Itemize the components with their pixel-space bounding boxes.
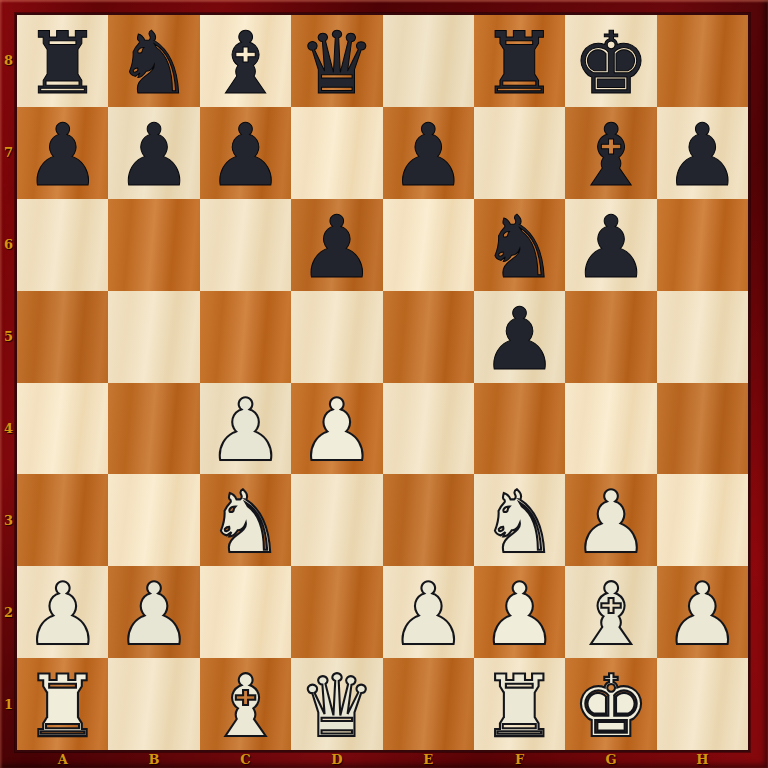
square-a2[interactable]: ♟	[17, 566, 108, 658]
rank-label-cell: 6	[0, 199, 17, 291]
rank-label-cell: 7	[0, 107, 17, 199]
square-d3[interactable]	[291, 474, 382, 566]
file-labels: ABCDEFGH	[17, 750, 748, 768]
square-b6[interactable]	[108, 199, 199, 291]
square-h3[interactable]	[657, 474, 748, 566]
square-e3[interactable]	[383, 474, 474, 566]
rank-label-6: 6	[4, 237, 13, 252]
square-g6[interactable]: ♟	[565, 199, 656, 291]
square-e7[interactable]: ♟	[383, 107, 474, 199]
white-pawn[interactable]: ♟	[664, 568, 741, 658]
square-a4[interactable]	[17, 383, 108, 475]
square-h2[interactable]: ♟	[657, 566, 748, 658]
square-g2[interactable]: ♝	[565, 566, 656, 658]
square-f4[interactable]	[474, 383, 565, 475]
square-b8[interactable]: ♞	[108, 15, 199, 107]
black-pawn[interactable]: ♟	[664, 109, 741, 199]
square-d4[interactable]: ♟	[291, 383, 382, 475]
rank-label-7: 7	[4, 145, 13, 160]
square-c4[interactable]: ♟	[200, 383, 291, 475]
square-c1[interactable]: ♝	[200, 658, 291, 750]
white-rook[interactable]: ♜	[481, 660, 558, 750]
square-e2[interactable]: ♟	[383, 566, 474, 658]
white-bishop[interactable]: ♝	[572, 568, 649, 658]
rank-labels: 87654321	[0, 15, 17, 750]
white-bishop[interactable]: ♝	[207, 660, 284, 750]
square-c5[interactable]	[200, 291, 291, 383]
square-f8[interactable]: ♜	[474, 15, 565, 107]
square-f7[interactable]	[474, 107, 565, 199]
black-knight[interactable]: ♞	[481, 201, 558, 291]
file-label-a: A	[17, 750, 108, 768]
rank-label-3: 3	[4, 513, 13, 528]
square-g5[interactable]	[565, 291, 656, 383]
black-pawn[interactable]: ♟	[298, 201, 375, 291]
square-e4[interactable]	[383, 383, 474, 475]
rank-label-cell: 2	[0, 566, 17, 658]
square-c6[interactable]	[200, 199, 291, 291]
square-a6[interactable]	[17, 199, 108, 291]
square-f2[interactable]: ♟	[474, 566, 565, 658]
square-c3[interactable]: ♞	[200, 474, 291, 566]
file-label-e: E	[383, 750, 474, 768]
black-pawn[interactable]: ♟	[207, 109, 284, 199]
square-c7[interactable]: ♟	[200, 107, 291, 199]
black-knight[interactable]: ♞	[116, 17, 193, 107]
square-d6[interactable]: ♟	[291, 199, 382, 291]
square-c2[interactable]	[200, 566, 291, 658]
chess-board: ♜♞♝♛♜♚♟♟♟♟♝♟♟♞♟♟♟♟♞♞♟♟♟♟♟♝♟♜♝♛♜♚	[17, 15, 748, 750]
square-d1[interactable]: ♛	[291, 658, 382, 750]
square-b4[interactable]	[108, 383, 199, 475]
square-e5[interactable]	[383, 291, 474, 383]
square-b5[interactable]	[108, 291, 199, 383]
square-a1[interactable]: ♜	[17, 658, 108, 750]
black-pawn[interactable]: ♟	[390, 109, 467, 199]
file-label-g: G	[565, 750, 656, 768]
white-queen[interactable]: ♛	[298, 660, 375, 750]
rank-label-2: 2	[4, 605, 13, 620]
file-label-c: C	[200, 750, 291, 768]
square-g7[interactable]: ♝	[565, 107, 656, 199]
square-f6[interactable]: ♞	[474, 199, 565, 291]
rank-label-cell: 4	[0, 383, 17, 475]
square-a5[interactable]	[17, 291, 108, 383]
file-label-f: F	[474, 750, 565, 768]
square-e1[interactable]	[383, 658, 474, 750]
square-a3[interactable]	[17, 474, 108, 566]
square-d2[interactable]	[291, 566, 382, 658]
rank-label-1: 1	[4, 697, 13, 712]
square-g1[interactable]: ♚	[565, 658, 656, 750]
square-g3[interactable]: ♟	[565, 474, 656, 566]
white-pawn[interactable]: ♟	[207, 384, 284, 474]
square-h1[interactable]	[657, 658, 748, 750]
square-d7[interactable]	[291, 107, 382, 199]
white-pawn[interactable]: ♟	[298, 384, 375, 474]
square-e8[interactable]	[383, 15, 474, 107]
square-b1[interactable]	[108, 658, 199, 750]
white-pawn[interactable]: ♟	[116, 568, 193, 658]
rank-label-cell: 8	[0, 15, 17, 107]
rank-label-cell: 1	[0, 658, 17, 750]
file-label-h: H	[657, 750, 748, 768]
white-knight[interactable]: ♞	[207, 476, 284, 566]
white-king[interactable]: ♚	[572, 660, 649, 750]
white-pawn[interactable]: ♟	[24, 568, 101, 658]
square-b2[interactable]: ♟	[108, 566, 199, 658]
rank-label-4: 4	[4, 421, 13, 436]
rank-label-5: 5	[4, 329, 13, 344]
square-g4[interactable]	[565, 383, 656, 475]
square-f1[interactable]: ♜	[474, 658, 565, 750]
black-pawn[interactable]: ♟	[116, 109, 193, 199]
square-h5[interactable]	[657, 291, 748, 383]
square-f3[interactable]: ♞	[474, 474, 565, 566]
square-a8[interactable]: ♜	[17, 15, 108, 107]
file-label-b: B	[108, 750, 199, 768]
black-rook[interactable]: ♜	[481, 17, 558, 107]
black-pawn[interactable]: ♟	[481, 293, 558, 383]
square-b3[interactable]	[108, 474, 199, 566]
square-g8[interactable]: ♚	[565, 15, 656, 107]
square-f5[interactable]: ♟	[474, 291, 565, 383]
rank-label-cell: 5	[0, 291, 17, 383]
white-rook[interactable]: ♜	[24, 660, 101, 750]
square-d5[interactable]	[291, 291, 382, 383]
white-knight[interactable]: ♞	[481, 476, 558, 566]
square-e6[interactable]	[383, 199, 474, 291]
chess-diagram: 87654321 ♜♞♝♛♜♚♟♟♟♟♝♟♟♞♟♟♟♟♞♞♟♟♟♟♟♝♟♜♝♛♜…	[0, 0, 768, 768]
black-bishop[interactable]: ♝	[207, 17, 284, 107]
square-h7[interactable]: ♟	[657, 107, 748, 199]
rank-label-cell: 3	[0, 474, 17, 566]
white-pawn[interactable]: ♟	[481, 568, 558, 658]
black-pawn[interactable]: ♟	[24, 109, 101, 199]
black-queen[interactable]: ♛	[298, 17, 375, 107]
black-pawn[interactable]: ♟	[572, 201, 649, 291]
white-pawn[interactable]: ♟	[390, 568, 467, 658]
square-h6[interactable]	[657, 199, 748, 291]
square-b7[interactable]: ♟	[108, 107, 199, 199]
black-bishop[interactable]: ♝	[572, 109, 649, 199]
black-king[interactable]: ♚	[572, 17, 649, 107]
square-a7[interactable]: ♟	[17, 107, 108, 199]
rank-label-8: 8	[4, 53, 13, 68]
square-c8[interactable]: ♝	[200, 15, 291, 107]
square-d8[interactable]: ♛	[291, 15, 382, 107]
file-label-d: D	[291, 750, 382, 768]
black-rook[interactable]: ♜	[24, 17, 101, 107]
square-h8[interactable]	[657, 15, 748, 107]
white-pawn[interactable]: ♟	[572, 476, 649, 566]
square-h4[interactable]	[657, 383, 748, 475]
